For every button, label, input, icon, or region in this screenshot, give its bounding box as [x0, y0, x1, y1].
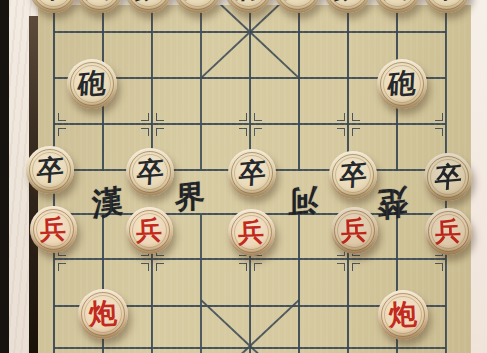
piece-red-soldier-f0[interactable]: 兵 [30, 206, 77, 253]
position-marker [141, 113, 149, 121]
piece-character: 士 [183, 0, 211, 3]
piece-black-soldier-f2[interactable]: 卒 [126, 148, 174, 196]
position-marker [58, 113, 66, 121]
position-marker [239, 128, 247, 136]
piece-character: 象 [333, 0, 361, 3]
piece-black-cannon-f1[interactable]: 砲 [67, 59, 117, 109]
position-marker [141, 128, 149, 136]
position-marker [254, 113, 262, 121]
piece-character: 馬 [383, 0, 411, 3]
piece-character: 卒 [36, 155, 64, 185]
river-label: 河 [288, 178, 318, 222]
piece-black-soldier-f8[interactable]: 卒 [424, 153, 472, 201]
board-line-file [200, 214, 202, 353]
position-marker [156, 263, 164, 271]
position-marker [254, 128, 262, 136]
piece-character: 兵 [40, 216, 67, 243]
piece-character: 兵 [341, 217, 368, 244]
piece-red-cannon-f7[interactable]: 炮 [378, 290, 428, 340]
position-marker [156, 128, 164, 136]
river-label: 界 [175, 175, 205, 219]
piece-character: 將 [234, 0, 262, 3]
xiangqi-photo: 漢界河楚 車馬象士將士象馬車砲砲卒卒卒卒卒兵兵兵兵兵炮炮 [0, 0, 487, 353]
position-marker [352, 128, 360, 136]
piece-character: 卒 [339, 160, 367, 190]
piece-character: 士 [283, 0, 311, 3]
table-wood-right [470, 0, 487, 353]
piece-character: 炮 [389, 301, 418, 330]
position-marker [239, 113, 247, 121]
position-marker [352, 113, 360, 121]
position-marker [435, 263, 443, 271]
piece-black-soldier-f0[interactable]: 卒 [26, 146, 74, 194]
position-marker [337, 128, 345, 136]
position-marker [352, 263, 360, 271]
river-label: 漢 [91, 179, 123, 226]
piece-black-soldier-f6[interactable]: 卒 [329, 151, 377, 199]
position-marker [239, 263, 247, 271]
piece-character: 車 [39, 0, 67, 3]
position-marker [337, 263, 345, 271]
piece-red-soldier-f6[interactable]: 兵 [331, 207, 378, 254]
position-marker [58, 263, 66, 271]
piece-red-soldier-f4[interactable]: 兵 [228, 209, 275, 256]
position-marker [435, 128, 443, 136]
piece-character: 卒 [434, 162, 462, 192]
piece-character: 馬 [85, 0, 113, 3]
board-line-file [151, 5, 153, 171]
board-line-file [200, 5, 202, 171]
piece-character: 炮 [89, 300, 118, 329]
piece-character: 兵 [136, 217, 163, 244]
river-label: 楚 [376, 179, 408, 226]
piece-red-cannon-f1[interactable]: 炮 [78, 289, 128, 339]
photo-left-black-edge [0, 0, 9, 353]
piece-character: 車 [432, 0, 460, 3]
piece-black-cannon-f7[interactable]: 砲 [377, 59, 427, 109]
board-line-file [298, 5, 300, 171]
position-marker [337, 113, 345, 121]
piece-character: 兵 [238, 219, 265, 246]
board-line-file [347, 5, 349, 171]
piece-red-soldier-f8[interactable]: 兵 [425, 208, 472, 255]
position-marker [435, 113, 443, 121]
piece-character: 卒 [136, 157, 164, 187]
board-line-file [298, 214, 300, 353]
piece-character: 砲 [77, 69, 106, 100]
position-marker [254, 263, 262, 271]
piece-character: 象 [134, 0, 162, 3]
position-marker [156, 113, 164, 121]
position-marker [141, 263, 149, 271]
position-marker [58, 128, 66, 136]
piece-character: 兵 [435, 218, 462, 245]
piece-black-soldier-f4[interactable]: 卒 [228, 149, 276, 197]
piece-red-soldier-f2[interactable]: 兵 [126, 207, 173, 254]
piece-character: 砲 [387, 69, 416, 100]
piece-character: 卒 [238, 158, 266, 188]
